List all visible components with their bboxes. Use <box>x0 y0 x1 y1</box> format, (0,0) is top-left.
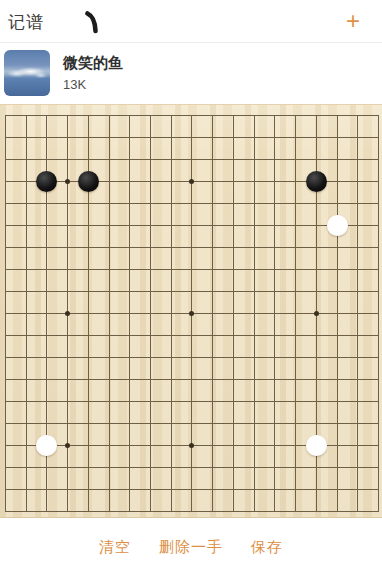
grid-line-horizontal <box>5 511 379 512</box>
add-icon[interactable]: + <box>338 6 368 36</box>
player-rank: 13K <box>63 77 123 92</box>
star-point <box>65 443 70 448</box>
stone-white[interactable] <box>306 435 327 456</box>
stone-white[interactable] <box>327 215 348 236</box>
grid-line-vertical <box>337 115 338 512</box>
avatar[interactable] <box>4 50 50 96</box>
go-kifu-app: { "header": { "title": "记谱", "add_button… <box>0 0 382 587</box>
player-row[interactable]: 微笑的鱼 13K <box>0 43 382 102</box>
pen-stroke-mark <box>84 11 99 38</box>
action-bar: 清空 删除一手 保存 <box>0 519 382 587</box>
star-point <box>65 179 70 184</box>
page-title: 记谱 <box>8 11 44 34</box>
grid-line-vertical <box>274 115 275 512</box>
player-info: 微笑的鱼 13K <box>63 54 123 92</box>
grid-line-horizontal <box>5 467 379 468</box>
header-bar: 记谱 + <box>0 0 382 43</box>
grid-line-horizontal <box>5 489 379 490</box>
grid-line-horizontal <box>5 423 379 424</box>
grid-line-horizontal <box>5 357 379 358</box>
stone-black[interactable] <box>36 171 57 192</box>
grid-line-vertical <box>254 115 255 512</box>
star-point <box>189 443 194 448</box>
grid-line-vertical <box>212 115 213 512</box>
save-button[interactable]: 保存 <box>247 536 287 559</box>
player-name: 微笑的鱼 <box>63 54 123 73</box>
grid-line-vertical <box>295 115 296 512</box>
star-point <box>65 311 70 316</box>
clear-button[interactable]: 清空 <box>95 536 135 559</box>
grid-line-vertical <box>357 115 358 512</box>
grid-line-horizontal <box>5 335 379 336</box>
grid-line-vertical <box>233 115 234 512</box>
star-point <box>314 311 319 316</box>
star-point <box>189 179 194 184</box>
stone-black[interactable] <box>78 171 99 192</box>
stone-black[interactable] <box>306 171 327 192</box>
go-board[interactable] <box>0 104 382 518</box>
delete-one-move-button[interactable]: 删除一手 <box>155 536 227 559</box>
grid-line-horizontal <box>5 379 379 380</box>
star-point <box>189 311 194 316</box>
grid-line-horizontal <box>5 401 379 402</box>
grid-line-vertical <box>378 115 379 512</box>
stone-white[interactable] <box>36 435 57 456</box>
